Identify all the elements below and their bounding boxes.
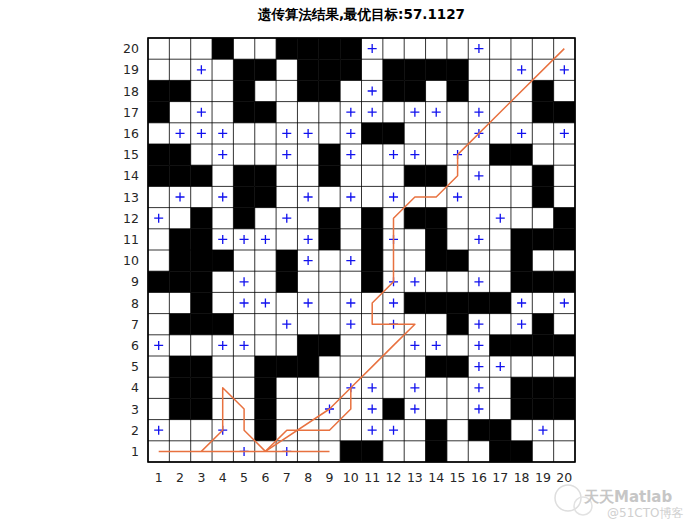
obstacle-cell bbox=[554, 208, 575, 229]
x-axis-label: 5 bbox=[240, 470, 248, 485]
obstacle-cell bbox=[511, 441, 532, 462]
obstacle-cell bbox=[511, 335, 532, 356]
x-axis-label: 11 bbox=[364, 470, 380, 485]
obstacle-cell bbox=[532, 377, 553, 398]
y-axis-label: 8 bbox=[131, 296, 139, 311]
obstacle-cell bbox=[233, 102, 254, 123]
obstacle-cell bbox=[511, 271, 532, 292]
obstacle-cell bbox=[532, 335, 553, 356]
obstacle-cell bbox=[362, 123, 383, 144]
obstacle-cell bbox=[169, 356, 190, 377]
obstacle-cell bbox=[255, 102, 276, 123]
x-axis-label: 3 bbox=[197, 470, 205, 485]
obstacle-cell bbox=[468, 292, 489, 313]
y-axis-label: 10 bbox=[123, 253, 139, 268]
obstacle-cell bbox=[362, 441, 383, 462]
obstacle-cell bbox=[532, 102, 553, 123]
watermark-subtext: @51CTO博客 bbox=[607, 505, 683, 522]
y-axis-label: 6 bbox=[131, 338, 139, 353]
obstacle-cell bbox=[319, 165, 340, 186]
obstacle-cell bbox=[169, 165, 190, 186]
obstacle-cell bbox=[532, 229, 553, 250]
obstacle-cell bbox=[255, 398, 276, 419]
obstacle-cell bbox=[426, 59, 447, 80]
obstacle-cell bbox=[148, 80, 169, 101]
obstacle-cell bbox=[297, 59, 318, 80]
obstacle-cell bbox=[319, 80, 340, 101]
y-axis-label: 13 bbox=[123, 190, 139, 205]
obstacle-cell bbox=[490, 441, 511, 462]
y-axis-label: 20 bbox=[123, 41, 139, 56]
obstacle-cell bbox=[297, 38, 318, 59]
obstacle-cell bbox=[340, 38, 361, 59]
y-axis-label: 12 bbox=[123, 211, 139, 226]
obstacle-cell bbox=[191, 292, 212, 313]
obstacle-cell bbox=[319, 208, 340, 229]
obstacle-cell bbox=[191, 208, 212, 229]
obstacle-cell bbox=[169, 229, 190, 250]
plot-svg: 1234567891011121314151617181920123456789… bbox=[0, 0, 700, 525]
obstacle-cell bbox=[169, 398, 190, 419]
x-axis-label: 8 bbox=[304, 470, 312, 485]
obstacle-cell bbox=[511, 250, 532, 271]
obstacle-cell bbox=[169, 250, 190, 271]
y-axis-label: 16 bbox=[123, 126, 139, 141]
obstacle-cell bbox=[404, 80, 425, 101]
obstacle-cell bbox=[362, 208, 383, 229]
obstacle-cell bbox=[233, 80, 254, 101]
obstacle-cell bbox=[276, 356, 297, 377]
obstacle-cell bbox=[532, 80, 553, 101]
obstacle-cell bbox=[233, 186, 254, 207]
obstacle-cell bbox=[255, 165, 276, 186]
x-axis-label: 14 bbox=[428, 470, 444, 485]
obstacle-cell bbox=[383, 80, 404, 101]
obstacle-cell bbox=[554, 229, 575, 250]
x-axis-label: 15 bbox=[450, 470, 466, 485]
obstacle-cell bbox=[340, 441, 361, 462]
obstacle-cell bbox=[490, 335, 511, 356]
obstacle-cell bbox=[554, 102, 575, 123]
obstacle-cell bbox=[255, 356, 276, 377]
y-axis-label: 17 bbox=[123, 105, 139, 120]
y-axis-label: 14 bbox=[123, 168, 139, 183]
obstacle-cell bbox=[426, 250, 447, 271]
obstacle-cell bbox=[233, 208, 254, 229]
x-axis-label: 2 bbox=[176, 470, 184, 485]
obstacle-cell bbox=[362, 271, 383, 292]
obstacle-cell bbox=[404, 59, 425, 80]
obstacle-cell bbox=[276, 38, 297, 59]
obstacle-cell bbox=[340, 59, 361, 80]
obstacle-cell bbox=[426, 420, 447, 441]
obstacle-cell bbox=[191, 398, 212, 419]
obstacle-cell bbox=[532, 165, 553, 186]
obstacle-cell bbox=[511, 398, 532, 419]
obstacle-cell bbox=[447, 356, 468, 377]
obstacle-cell bbox=[319, 144, 340, 165]
obstacle-cell bbox=[148, 102, 169, 123]
obstacle-cell bbox=[532, 271, 553, 292]
obstacle-cell bbox=[426, 229, 447, 250]
obstacle-cell bbox=[426, 441, 447, 462]
y-axis-label: 3 bbox=[131, 402, 139, 417]
obstacle-cell bbox=[169, 144, 190, 165]
obstacle-cell bbox=[212, 314, 233, 335]
obstacle-cell bbox=[447, 80, 468, 101]
obstacle-cell bbox=[233, 59, 254, 80]
obstacle-cell bbox=[362, 250, 383, 271]
obstacle-cell bbox=[447, 59, 468, 80]
obstacle-cell bbox=[255, 59, 276, 80]
x-axis-label: 13 bbox=[407, 470, 423, 485]
x-axis-label: 17 bbox=[492, 470, 508, 485]
x-axis-label: 16 bbox=[471, 470, 487, 485]
obstacle-cell bbox=[532, 398, 553, 419]
obstacle-cell bbox=[511, 229, 532, 250]
obstacle-cell bbox=[319, 229, 340, 250]
y-axis-label: 11 bbox=[123, 232, 139, 247]
obstacle-cell bbox=[169, 80, 190, 101]
obstacle-cell bbox=[297, 356, 318, 377]
obstacle-cell bbox=[169, 377, 190, 398]
obstacle-cell bbox=[319, 38, 340, 59]
y-axis-label: 1 bbox=[131, 444, 139, 459]
obstacle-cell bbox=[191, 229, 212, 250]
obstacle-cell bbox=[383, 59, 404, 80]
obstacle-cell bbox=[169, 271, 190, 292]
obstacle-cell bbox=[490, 420, 511, 441]
obstacle-cell bbox=[255, 420, 276, 441]
obstacle-cell bbox=[490, 144, 511, 165]
obstacle-cell bbox=[426, 292, 447, 313]
obstacle-cell bbox=[554, 335, 575, 356]
obstacle-cell bbox=[233, 165, 254, 186]
obstacle-cell bbox=[426, 208, 447, 229]
x-axis-label: 10 bbox=[343, 470, 359, 485]
obstacle-cell bbox=[297, 335, 318, 356]
obstacle-cell bbox=[404, 208, 425, 229]
obstacle-cell bbox=[255, 377, 276, 398]
obstacle-cell bbox=[319, 59, 340, 80]
obstacle-cell bbox=[554, 377, 575, 398]
obstacle-cell bbox=[447, 292, 468, 313]
obstacle-cell bbox=[447, 250, 468, 271]
obstacle-cell bbox=[191, 377, 212, 398]
obstacle-cell bbox=[297, 80, 318, 101]
obstacle-cell bbox=[276, 271, 297, 292]
x-axis-label: 19 bbox=[535, 470, 551, 485]
x-axis-label: 1 bbox=[155, 470, 163, 485]
obstacle-cell bbox=[362, 229, 383, 250]
obstacle-cell bbox=[383, 123, 404, 144]
y-axis-label: 19 bbox=[123, 62, 139, 77]
obstacle-cell bbox=[148, 144, 169, 165]
obstacle-cell bbox=[169, 314, 190, 335]
obstacle-cell bbox=[404, 292, 425, 313]
obstacle-cell bbox=[276, 250, 297, 271]
obstacle-cell bbox=[468, 420, 489, 441]
x-axis-label: 4 bbox=[219, 470, 227, 485]
y-axis-label: 2 bbox=[131, 423, 139, 438]
obstacle-cell bbox=[148, 271, 169, 292]
obstacle-cell bbox=[426, 165, 447, 186]
x-axis-label: 9 bbox=[325, 470, 333, 485]
obstacle-cell bbox=[404, 165, 425, 186]
obstacle-cell bbox=[490, 292, 511, 313]
obstacle-cell bbox=[532, 314, 553, 335]
obstacle-cell bbox=[191, 165, 212, 186]
watermark-logo-circle bbox=[555, 485, 581, 511]
obstacle-cell bbox=[212, 38, 233, 59]
obstacle-cell bbox=[319, 335, 340, 356]
obstacle-cell bbox=[511, 144, 532, 165]
y-axis-label: 18 bbox=[123, 84, 139, 99]
obstacle-cell bbox=[426, 356, 447, 377]
figure-window: 遗传算法结果,最优目标:57.1127 12345678910111213141… bbox=[0, 0, 700, 525]
y-axis-label: 4 bbox=[131, 380, 139, 395]
obstacle-cell bbox=[191, 250, 212, 271]
x-axis-label: 18 bbox=[514, 470, 530, 485]
y-axis-label: 9 bbox=[131, 274, 139, 289]
x-axis-label: 20 bbox=[556, 470, 572, 485]
obstacle-cell bbox=[554, 271, 575, 292]
obstacle-cell bbox=[554, 398, 575, 419]
obstacle-cell bbox=[511, 377, 532, 398]
obstacle-cell bbox=[532, 186, 553, 207]
x-axis-label: 6 bbox=[261, 470, 269, 485]
x-axis-label: 12 bbox=[386, 470, 402, 485]
obstacle-cell bbox=[447, 314, 468, 335]
y-axis-label: 7 bbox=[131, 317, 139, 332]
x-axis-label: 7 bbox=[283, 470, 291, 485]
obstacle-cell bbox=[191, 356, 212, 377]
obstacle-cell bbox=[191, 314, 212, 335]
y-axis-label: 15 bbox=[123, 147, 139, 162]
obstacle-cell bbox=[212, 250, 233, 271]
obstacle-cell bbox=[191, 271, 212, 292]
obstacle-cell bbox=[148, 165, 169, 186]
obstacle-cell bbox=[383, 398, 404, 419]
y-axis-label: 5 bbox=[131, 359, 139, 374]
obstacle-cell bbox=[255, 186, 276, 207]
